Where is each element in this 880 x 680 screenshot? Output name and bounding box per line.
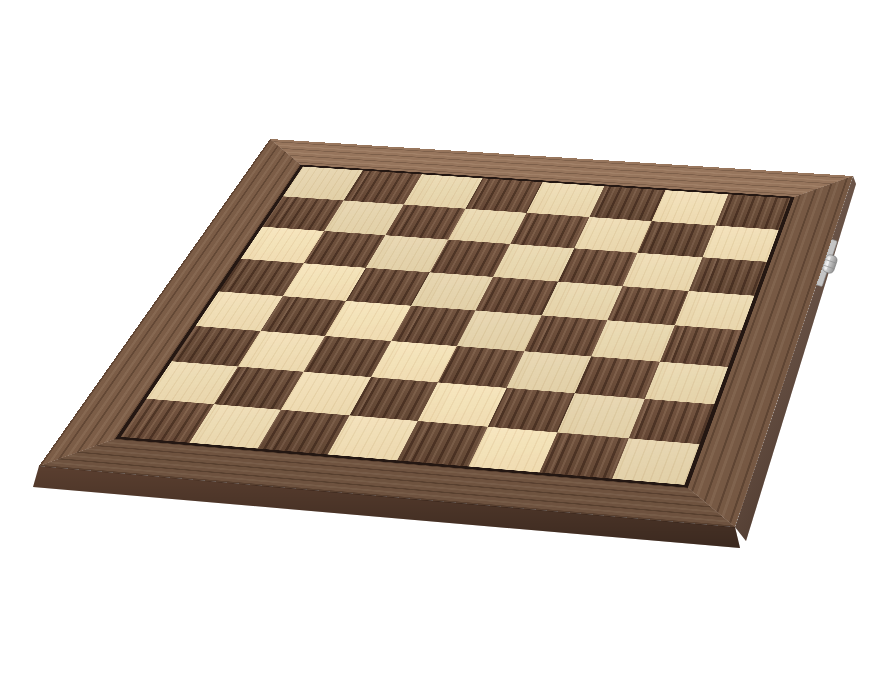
square-h7: [702, 225, 779, 262]
chessboard-product-photo: [0, 0, 880, 680]
square-h8: [715, 194, 790, 229]
square-h3: [644, 361, 728, 404]
board-inlay-line: [115, 165, 794, 488]
square-h4: [659, 325, 741, 366]
square-h1: [612, 438, 700, 485]
square-h6: [688, 257, 767, 295]
square-h5: [674, 291, 754, 331]
square-h2: [628, 399, 714, 444]
